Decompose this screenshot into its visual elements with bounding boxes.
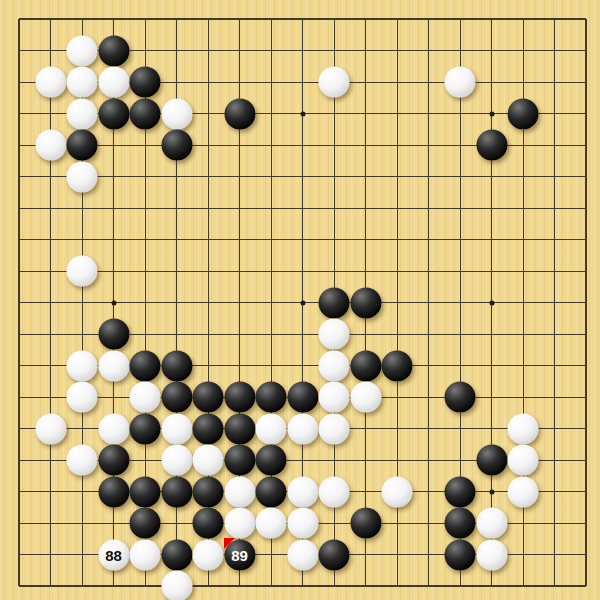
white-stone: [445, 67, 476, 98]
white-stone: [287, 508, 318, 539]
white-stone: [350, 382, 381, 413]
black-stone: [350, 287, 381, 318]
star-point: [489, 111, 494, 116]
white-stone: [382, 476, 413, 507]
white-stone: [35, 413, 66, 444]
black-stone: [67, 130, 98, 161]
white-stone: [98, 350, 129, 381]
white-stone: 88: [98, 539, 129, 570]
grid-line-vertical: [585, 19, 587, 586]
white-stone: [508, 413, 539, 444]
black-stone: [130, 508, 161, 539]
black-stone: [193, 476, 224, 507]
white-stone: [508, 476, 539, 507]
black-stone: [256, 445, 287, 476]
star-point: [300, 300, 305, 305]
black-stone: [256, 476, 287, 507]
white-stone: [161, 445, 192, 476]
black-stone: [224, 445, 255, 476]
black-stone: [445, 382, 476, 413]
star-point: [489, 489, 494, 494]
black-stone: [130, 350, 161, 381]
black-stone: [224, 98, 255, 129]
white-stone: [67, 445, 98, 476]
black-stone: [476, 445, 507, 476]
grid-line-vertical: [554, 19, 555, 586]
black-stone: [319, 539, 350, 570]
white-stone: [67, 67, 98, 98]
white-stone: [508, 445, 539, 476]
white-stone: [193, 539, 224, 570]
black-stone: [161, 382, 192, 413]
black-stone: [382, 350, 413, 381]
white-stone: [67, 256, 98, 287]
black-stone: [445, 476, 476, 507]
black-stone: [161, 350, 192, 381]
black-stone: [98, 35, 129, 66]
black-stone: [193, 382, 224, 413]
black-stone: [476, 130, 507, 161]
white-stone: [287, 539, 318, 570]
last-move-marker: [224, 538, 235, 549]
black-stone: [161, 539, 192, 570]
black-stone: [130, 98, 161, 129]
grid-line-horizontal: [19, 585, 586, 587]
white-stone: [67, 35, 98, 66]
star-point: [111, 300, 116, 305]
white-stone: [256, 413, 287, 444]
black-stone: [98, 476, 129, 507]
white-stone: [287, 413, 318, 444]
white-stone: [256, 508, 287, 539]
white-stone: [224, 508, 255, 539]
black-stone: [193, 413, 224, 444]
white-stone: [130, 539, 161, 570]
white-stone: [319, 413, 350, 444]
move-number-label: 89: [231, 547, 248, 562]
black-stone: [319, 287, 350, 318]
white-stone: [130, 382, 161, 413]
black-stone: [445, 539, 476, 570]
black-stone: [130, 413, 161, 444]
grid-line-vertical: [428, 19, 429, 586]
black-stone: [98, 98, 129, 129]
white-stone: [161, 413, 192, 444]
black-stone: [350, 508, 381, 539]
white-stone: [319, 67, 350, 98]
white-stone: [35, 130, 66, 161]
black-stone: [350, 350, 381, 381]
black-stone: [287, 382, 318, 413]
white-stone: [67, 350, 98, 381]
white-stone: [35, 67, 66, 98]
white-stone: [476, 539, 507, 570]
white-stone: [67, 98, 98, 129]
star-point: [300, 111, 305, 116]
black-stone: [193, 508, 224, 539]
white-stone: [98, 67, 129, 98]
move-number-label: 88: [105, 547, 122, 562]
black-stone: [98, 445, 129, 476]
white-stone: [319, 319, 350, 350]
white-stone: [319, 476, 350, 507]
white-stone: [161, 571, 192, 600]
white-stone: [67, 382, 98, 413]
black-stone: [130, 67, 161, 98]
black-stone: [256, 382, 287, 413]
black-stone: [98, 319, 129, 350]
black-stone: [161, 476, 192, 507]
black-stone: [224, 413, 255, 444]
white-stone: [476, 508, 507, 539]
white-stone: [319, 382, 350, 413]
white-stone: [224, 476, 255, 507]
white-stone: [319, 350, 350, 381]
black-stone: [224, 382, 255, 413]
star-point: [489, 300, 494, 305]
go-board[interactable]: 8889: [0, 0, 600, 600]
black-stone: [445, 508, 476, 539]
white-stone: [98, 413, 129, 444]
white-stone: [161, 98, 192, 129]
black-stone: [130, 476, 161, 507]
white-stone: [67, 161, 98, 192]
black-stone: [161, 130, 192, 161]
white-stone: [193, 445, 224, 476]
black-stone: [508, 98, 539, 129]
white-stone: [287, 476, 318, 507]
